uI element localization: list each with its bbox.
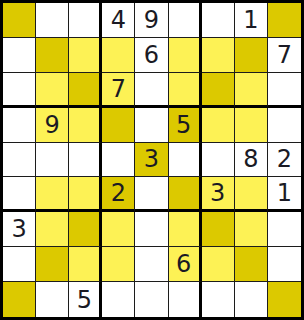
cell-r3c9[interactable] [268,73,301,108]
cell-r5c4[interactable] [102,143,135,178]
cell-r2c7[interactable] [202,38,235,73]
cell-r6c7[interactable]: 3 [202,177,235,212]
cell-r5c6[interactable] [169,143,202,178]
cell-r8c6[interactable]: 6 [169,247,202,282]
cell-r7c3[interactable] [69,212,102,247]
cell-r1c7[interactable] [202,3,235,38]
cell-r2c8[interactable] [235,38,268,73]
cell-r7c1[interactable]: 3 [3,212,36,247]
cell-r6c4[interactable]: 2 [102,177,135,212]
cell-r1c8[interactable]: 1 [235,3,268,38]
cell-r1c9[interactable] [268,3,301,38]
cell-r8c5[interactable] [135,247,168,282]
cell-r5c7[interactable] [202,143,235,178]
cell-r3c2[interactable] [36,73,69,108]
cell-r6c5[interactable] [135,177,168,212]
cell-r4c4[interactable] [102,108,135,143]
cell-r2c9[interactable]: 7 [268,38,301,73]
cell-r4c5[interactable] [135,108,168,143]
cell-r3c1[interactable] [3,73,36,108]
cell-r7c8[interactable] [235,212,268,247]
cell-r8c1[interactable] [3,247,36,282]
cell-r9c4[interactable] [102,282,135,317]
cell-r4c2[interactable]: 9 [36,108,69,143]
cell-r1c6[interactable] [169,3,202,38]
cell-r4c9[interactable] [268,108,301,143]
cell-r9c6[interactable] [169,282,202,317]
cell-r2c6[interactable] [169,38,202,73]
cell-r9c2[interactable] [36,282,69,317]
cell-r4c8[interactable] [235,108,268,143]
cell-r4c6[interactable]: 5 [169,108,202,143]
cell-r3c3[interactable] [69,73,102,108]
cell-r9c9[interactable] [268,282,301,317]
cell-r1c5[interactable]: 9 [135,3,168,38]
cell-r2c4[interactable] [102,38,135,73]
cell-r9c3[interactable]: 5 [69,282,102,317]
cell-r3c5[interactable] [135,73,168,108]
cell-r4c1[interactable] [3,108,36,143]
cell-r2c2[interactable] [36,38,69,73]
cell-r9c5[interactable] [135,282,168,317]
cell-r1c1[interactable] [3,3,36,38]
cell-r5c2[interactable] [36,143,69,178]
cell-r4c7[interactable] [202,108,235,143]
cell-r8c7[interactable] [202,247,235,282]
cell-r8c4[interactable] [102,247,135,282]
cell-r2c1[interactable] [3,38,36,73]
cell-r6c6[interactable] [169,177,202,212]
cell-r6c8[interactable] [235,177,268,212]
cell-r6c1[interactable] [3,177,36,212]
cell-r8c8[interactable] [235,247,268,282]
cell-r5c3[interactable] [69,143,102,178]
cell-r3c8[interactable] [235,73,268,108]
cell-r7c9[interactable] [268,212,301,247]
cell-r7c6[interactable] [169,212,202,247]
cell-r6c9[interactable]: 1 [268,177,301,212]
cell-r7c4[interactable] [102,212,135,247]
cell-r5c9[interactable]: 2 [268,143,301,178]
cell-r1c3[interactable] [69,3,102,38]
cell-r6c3[interactable] [69,177,102,212]
cell-r8c9[interactable] [268,247,301,282]
cell-r3c6[interactable] [169,73,202,108]
cell-r7c7[interactable] [202,212,235,247]
cell-r2c5[interactable]: 6 [135,38,168,73]
cell-r1c4[interactable]: 4 [102,3,135,38]
cell-r5c5[interactable]: 3 [135,143,168,178]
cell-r9c8[interactable] [235,282,268,317]
cell-r8c2[interactable] [36,247,69,282]
cell-r1c2[interactable] [36,3,69,38]
cell-r4c3[interactable] [69,108,102,143]
sudoku-board: 49167795382231365 [0,0,304,320]
cell-r3c4[interactable]: 7 [102,73,135,108]
cell-r9c1[interactable] [3,282,36,317]
cell-r9c7[interactable] [202,282,235,317]
cell-r2c3[interactable] [69,38,102,73]
cell-r5c8[interactable]: 8 [235,143,268,178]
cell-r5c1[interactable] [3,143,36,178]
cell-r7c2[interactable] [36,212,69,247]
cell-r7c5[interactable] [135,212,168,247]
cell-r3c7[interactable] [202,73,235,108]
cell-r8c3[interactable] [69,247,102,282]
cell-r6c2[interactable] [36,177,69,212]
